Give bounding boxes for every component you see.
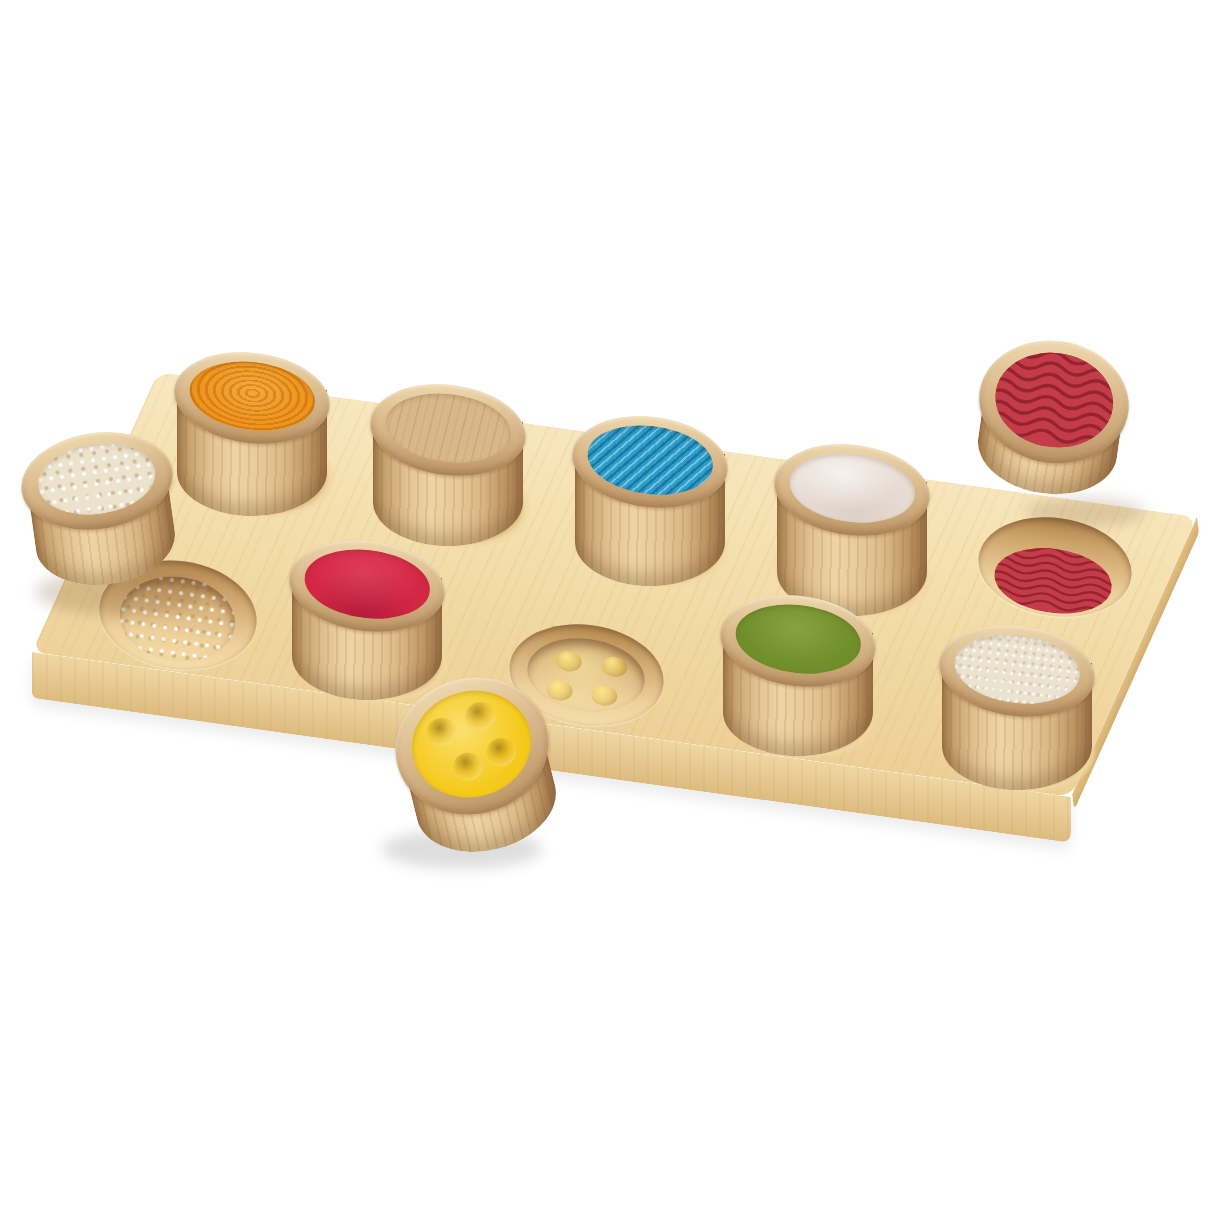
texture-red-waves [989, 345, 1119, 455]
scene [0, 0, 1214, 1214]
stud-dimple [424, 715, 460, 749]
stud-dimple [450, 749, 486, 783]
shadow-under-waves-piece [1025, 497, 1145, 527]
texture-cream-terry [33, 436, 160, 522]
texture-plain-wood [382, 387, 515, 470]
stud-bump [600, 655, 629, 678]
texture-red-felt [301, 543, 434, 626]
texture-blue-ridges [584, 419, 717, 502]
recess-texture-yellow-studs [523, 631, 650, 719]
stud-bump [545, 679, 574, 702]
texture-green-smooth [732, 598, 865, 681]
stud-dimple [483, 735, 519, 769]
stud-dimple [462, 699, 498, 733]
stud-bump [590, 684, 619, 707]
texture-orange-rings [186, 355, 319, 438]
texture-yellow-studs [400, 678, 542, 810]
texture-white-smooth [786, 447, 919, 530]
stud-bump [554, 650, 583, 673]
texture-white-fleece [951, 628, 1084, 711]
